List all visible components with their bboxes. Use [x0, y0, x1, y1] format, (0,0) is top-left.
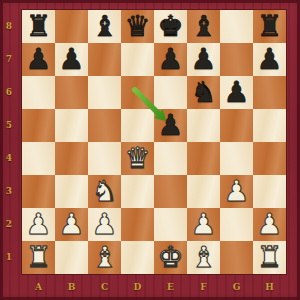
square-f5[interactable] [187, 109, 220, 142]
square-e1[interactable]: ♚ [154, 241, 187, 274]
square-h6[interactable] [253, 76, 286, 109]
file-label-c: C [88, 281, 121, 293]
piece-black-pawn-e5[interactable]: ♟ [158, 109, 184, 142]
square-c3[interactable]: ♞ [88, 175, 121, 208]
square-a8[interactable]: ♜ [22, 10, 55, 43]
piece-black-knight-f6[interactable]: ♞ [191, 76, 217, 109]
piece-black-rook-h8[interactable]: ♜ [257, 10, 283, 43]
square-d4[interactable]: ♛ [121, 142, 154, 175]
square-f3[interactable] [187, 175, 220, 208]
rank-label-1: 1 [0, 241, 18, 274]
piece-white-knight-c3[interactable]: ♞ [92, 175, 118, 208]
square-e3[interactable] [154, 175, 187, 208]
square-c6[interactable] [88, 76, 121, 109]
square-h3[interactable] [253, 175, 286, 208]
square-a3[interactable] [22, 175, 55, 208]
square-d8[interactable]: ♛ [121, 10, 154, 43]
square-d3[interactable] [121, 175, 154, 208]
rank-label-4: 4 [0, 142, 18, 175]
piece-white-pawn-b2[interactable]: ♟ [59, 208, 85, 241]
piece-black-pawn-e7[interactable]: ♟ [158, 43, 184, 76]
square-c7[interactable] [88, 43, 121, 76]
square-g6[interactable]: ♟ [220, 76, 253, 109]
piece-white-bishop-f1[interactable]: ♝ [191, 241, 217, 274]
square-g2[interactable] [220, 208, 253, 241]
square-f2[interactable]: ♟ [187, 208, 220, 241]
piece-black-pawn-g6[interactable]: ♟ [224, 76, 250, 109]
piece-black-bishop-f8[interactable]: ♝ [191, 10, 217, 43]
piece-white-rook-a1[interactable]: ♜ [26, 241, 52, 274]
square-a6[interactable] [22, 76, 55, 109]
square-d7[interactable] [121, 43, 154, 76]
piece-white-pawn-h2[interactable]: ♟ [257, 208, 283, 241]
chess-board: ♜♝♛♚♝♜♟♟♟♟♟♞♟♟♛♞♟♟♟♟♟♟♜♝♚♝♜ [22, 10, 286, 274]
square-f6[interactable]: ♞ [187, 76, 220, 109]
piece-black-bishop-c8[interactable]: ♝ [92, 10, 118, 43]
square-e4[interactable] [154, 142, 187, 175]
square-h8[interactable]: ♜ [253, 10, 286, 43]
square-b1[interactable] [55, 241, 88, 274]
square-d1[interactable] [121, 241, 154, 274]
piece-black-king-e8[interactable]: ♚ [158, 10, 184, 43]
square-g4[interactable] [220, 142, 253, 175]
square-b8[interactable] [55, 10, 88, 43]
square-e2[interactable] [154, 208, 187, 241]
square-b5[interactable] [55, 109, 88, 142]
file-label-b: B [55, 281, 88, 293]
rank-label-8: 8 [0, 10, 18, 43]
square-a7[interactable]: ♟ [22, 43, 55, 76]
square-c1[interactable]: ♝ [88, 241, 121, 274]
square-c4[interactable] [88, 142, 121, 175]
piece-white-pawn-c2[interactable]: ♟ [92, 208, 118, 241]
file-label-h: H [253, 281, 286, 293]
square-b7[interactable]: ♟ [55, 43, 88, 76]
square-h7[interactable]: ♟ [253, 43, 286, 76]
piece-black-rook-a8[interactable]: ♜ [26, 10, 52, 43]
piece-white-pawn-g3[interactable]: ♟ [224, 175, 250, 208]
piece-white-rook-h1[interactable]: ♜ [257, 241, 283, 274]
square-e5[interactable]: ♟ [154, 109, 187, 142]
square-f1[interactable]: ♝ [187, 241, 220, 274]
square-d5[interactable] [121, 109, 154, 142]
square-c2[interactable]: ♟ [88, 208, 121, 241]
square-g8[interactable] [220, 10, 253, 43]
rank-label-7: 7 [0, 43, 18, 76]
square-b3[interactable] [55, 175, 88, 208]
rank-label-6: 6 [0, 76, 18, 109]
square-b4[interactable] [55, 142, 88, 175]
square-b6[interactable] [55, 76, 88, 109]
rank-label-3: 3 [0, 175, 18, 208]
piece-white-pawn-a2[interactable]: ♟ [26, 208, 52, 241]
square-e8[interactable]: ♚ [154, 10, 187, 43]
file-label-a: A [22, 281, 55, 293]
square-a5[interactable] [22, 109, 55, 142]
file-label-d: D [121, 281, 154, 293]
piece-black-pawn-b7[interactable]: ♟ [59, 43, 85, 76]
square-g5[interactable] [220, 109, 253, 142]
square-g7[interactable] [220, 43, 253, 76]
square-a2[interactable]: ♟ [22, 208, 55, 241]
square-b2[interactable]: ♟ [55, 208, 88, 241]
piece-white-pawn-f2[interactable]: ♟ [191, 208, 217, 241]
square-h5[interactable] [253, 109, 286, 142]
file-label-g: G [220, 281, 253, 293]
piece-white-king-e1[interactable]: ♚ [158, 241, 184, 274]
square-h2[interactable]: ♟ [253, 208, 286, 241]
square-f8[interactable]: ♝ [187, 10, 220, 43]
square-a1[interactable]: ♜ [22, 241, 55, 274]
square-d2[interactable] [121, 208, 154, 241]
file-label-e: E [154, 281, 187, 293]
square-h4[interactable] [253, 142, 286, 175]
rank-label-5: 5 [0, 109, 18, 142]
square-f4[interactable] [187, 142, 220, 175]
piece-white-queen-d4[interactable]: ♛ [125, 142, 151, 175]
square-e6[interactable] [154, 76, 187, 109]
square-g1[interactable] [220, 241, 253, 274]
rank-label-2: 2 [0, 208, 18, 241]
square-c8[interactable]: ♝ [88, 10, 121, 43]
piece-white-bishop-c1[interactable]: ♝ [92, 241, 118, 274]
square-g3[interactable]: ♟ [220, 175, 253, 208]
square-d6[interactable] [121, 76, 154, 109]
piece-black-pawn-a7[interactable]: ♟ [26, 43, 52, 76]
square-e7[interactable]: ♟ [154, 43, 187, 76]
piece-black-queen-d8[interactable]: ♛ [125, 10, 151, 43]
file-label-f: F [187, 281, 220, 293]
square-h1[interactable]: ♜ [253, 241, 286, 274]
square-c5[interactable] [88, 109, 121, 142]
piece-black-pawn-h7[interactable]: ♟ [257, 43, 283, 76]
piece-black-pawn-f7[interactable]: ♟ [191, 43, 217, 76]
square-f7[interactable]: ♟ [187, 43, 220, 76]
chess-board-frame: ♜♝♛♚♝♜♟♟♟♟♟♞♟♟♛♞♟♟♟♟♟♟♜♝♚♝♜ 87654321 ABC… [0, 0, 300, 300]
square-a4[interactable] [22, 142, 55, 175]
